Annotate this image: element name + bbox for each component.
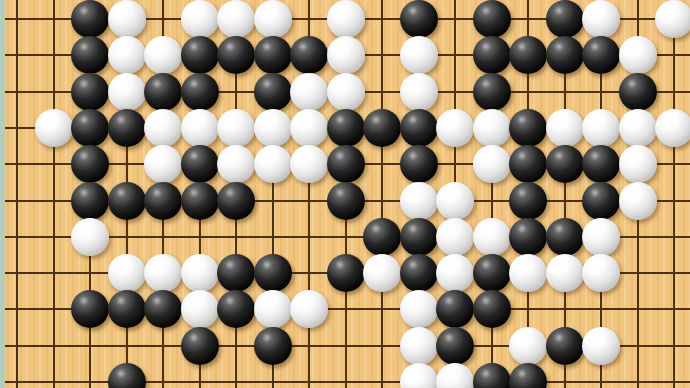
black-stone[interactable] (144, 182, 182, 220)
white-stone[interactable] (509, 327, 547, 365)
black-stone[interactable] (473, 290, 511, 328)
white-stone[interactable] (327, 0, 365, 38)
white-stone[interactable] (546, 254, 584, 292)
go-board[interactable] (0, 0, 690, 388)
white-stone[interactable] (619, 145, 657, 183)
white-stone[interactable] (582, 109, 620, 147)
black-stone[interactable] (400, 218, 438, 256)
black-stone[interactable] (181, 182, 219, 220)
white-stone[interactable] (436, 182, 474, 220)
white-stone[interactable] (181, 254, 219, 292)
white-stone[interactable] (582, 0, 620, 38)
white-stone[interactable] (108, 254, 146, 292)
white-stone[interactable] (254, 290, 292, 328)
white-stone[interactable] (655, 109, 690, 147)
black-stone[interactable] (71, 73, 109, 111)
black-stone[interactable] (108, 290, 146, 328)
white-stone[interactable] (108, 0, 146, 38)
white-stone[interactable] (144, 254, 182, 292)
white-stone[interactable] (290, 145, 328, 183)
black-stone[interactable] (509, 218, 547, 256)
black-stone[interactable] (400, 109, 438, 147)
grid-vline (673, 0, 675, 388)
black-stone[interactable] (327, 182, 365, 220)
white-stone[interactable] (35, 109, 73, 147)
white-stone[interactable] (217, 0, 255, 38)
black-stone[interactable] (473, 73, 511, 111)
black-stone[interactable] (509, 145, 547, 183)
black-stone[interactable] (181, 36, 219, 74)
board-left-edge-strip (0, 0, 5, 388)
black-stone[interactable] (108, 109, 146, 147)
black-stone[interactable] (400, 254, 438, 292)
black-stone[interactable] (400, 145, 438, 183)
black-stone[interactable] (619, 73, 657, 111)
black-stone[interactable] (473, 254, 511, 292)
black-stone[interactable] (71, 109, 109, 147)
black-stone[interactable] (546, 218, 584, 256)
white-stone[interactable] (619, 109, 657, 147)
white-stone[interactable] (254, 0, 292, 38)
grid-vline (381, 0, 383, 388)
black-stone[interactable] (181, 73, 219, 111)
grid-vline (53, 0, 55, 388)
white-stone[interactable] (582, 327, 620, 365)
black-stone[interactable] (509, 182, 547, 220)
black-stone[interactable] (254, 327, 292, 365)
black-stone[interactable] (327, 254, 365, 292)
black-stone[interactable] (71, 0, 109, 38)
black-stone[interactable] (582, 145, 620, 183)
white-stone[interactable] (108, 36, 146, 74)
white-stone[interactable] (509, 254, 547, 292)
black-stone[interactable] (400, 0, 438, 38)
white-stone[interactable] (181, 0, 219, 38)
black-stone[interactable] (509, 109, 547, 147)
black-stone[interactable] (71, 145, 109, 183)
black-stone[interactable] (363, 109, 401, 147)
white-stone[interactable] (619, 182, 657, 220)
white-stone[interactable] (400, 73, 438, 111)
black-stone[interactable] (473, 36, 511, 74)
black-stone[interactable] (254, 73, 292, 111)
black-stone[interactable] (254, 36, 292, 74)
white-stone[interactable] (144, 109, 182, 147)
white-stone[interactable] (436, 218, 474, 256)
grid-vline (16, 0, 18, 388)
white-stone[interactable] (400, 327, 438, 365)
black-stone[interactable] (436, 327, 474, 365)
go-app-screenshot (0, 0, 690, 388)
white-stone[interactable] (254, 145, 292, 183)
black-stone[interactable] (254, 254, 292, 292)
white-stone[interactable] (327, 36, 365, 74)
black-stone[interactable] (71, 182, 109, 220)
black-stone[interactable] (327, 109, 365, 147)
black-stone[interactable] (217, 254, 255, 292)
black-stone[interactable] (546, 327, 584, 365)
white-stone[interactable] (71, 218, 109, 256)
white-stone[interactable] (254, 109, 292, 147)
white-stone[interactable] (181, 290, 219, 328)
black-stone[interactable] (546, 36, 584, 74)
black-stone[interactable] (181, 327, 219, 365)
white-stone[interactable] (290, 73, 328, 111)
white-stone[interactable] (290, 109, 328, 147)
black-stone[interactable] (108, 182, 146, 220)
grid-hline (4, 381, 690, 383)
white-stone[interactable] (436, 254, 474, 292)
black-stone[interactable] (144, 73, 182, 111)
black-stone[interactable] (546, 0, 584, 38)
black-stone[interactable] (363, 218, 401, 256)
black-stone[interactable] (217, 182, 255, 220)
white-stone[interactable] (436, 109, 474, 147)
white-stone[interactable] (400, 182, 438, 220)
white-stone[interactable] (181, 109, 219, 147)
white-stone[interactable] (144, 145, 182, 183)
black-stone[interactable] (181, 145, 219, 183)
white-stone[interactable] (327, 73, 365, 111)
white-stone[interactable] (582, 254, 620, 292)
white-stone[interactable] (217, 109, 255, 147)
white-stone[interactable] (655, 0, 690, 38)
black-stone[interactable] (546, 145, 584, 183)
white-stone[interactable] (473, 145, 511, 183)
white-stone[interactable] (363, 254, 401, 292)
white-stone[interactable] (473, 109, 511, 147)
white-stone[interactable] (473, 218, 511, 256)
white-stone[interactable] (619, 36, 657, 74)
white-stone[interactable] (400, 36, 438, 74)
black-stone[interactable] (582, 182, 620, 220)
white-stone[interactable] (217, 145, 255, 183)
white-stone[interactable] (582, 218, 620, 256)
white-stone[interactable] (546, 109, 584, 147)
white-stone[interactable] (108, 73, 146, 111)
black-stone[interactable] (473, 0, 511, 38)
white-stone[interactable] (400, 290, 438, 328)
black-stone[interactable] (327, 145, 365, 183)
